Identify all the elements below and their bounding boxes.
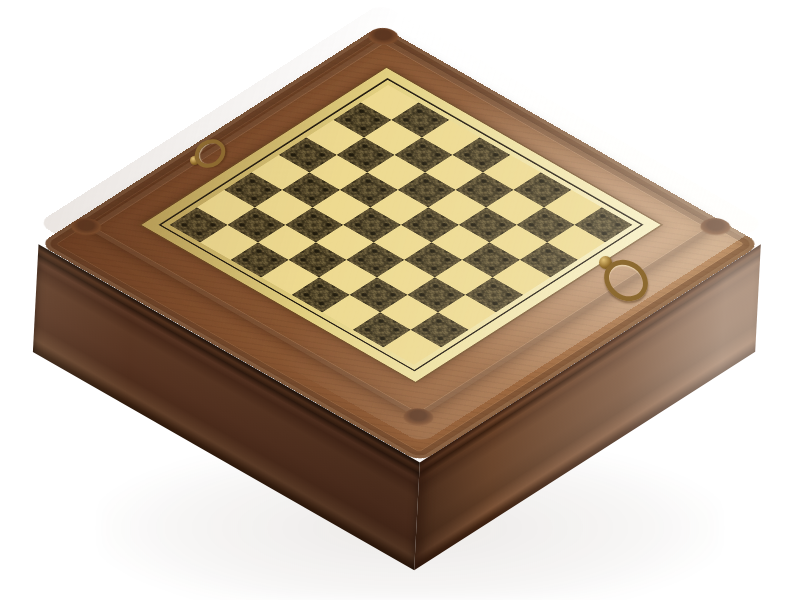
- perspective-stage: [0, 0, 800, 600]
- lid-corner-notch: [362, 24, 404, 50]
- handle-ring-icon: [189, 133, 231, 173]
- right-ring-handle-icon: [595, 244, 651, 304]
- product-photo: [0, 0, 800, 600]
- left-ring-handle-icon: [186, 134, 230, 176]
